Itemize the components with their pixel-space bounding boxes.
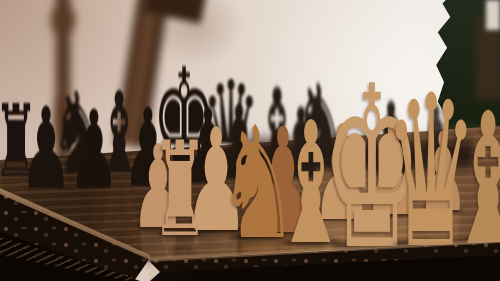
black-king-reflection: ♚ [152,151,216,281]
white-knight-reflection: ♞ [218,215,299,281]
black-rook-piece: ♜ [0,92,38,192]
white-bishop-c-reflection: ♝ [447,216,500,281]
white-rook-reflection: ♜ [152,215,208,281]
white-pawn-c-reflection: ♟ [250,210,315,281]
black-pawn-b-reflection: ♟ [69,173,120,281]
white-queen-contact-shadow [393,240,469,251]
white-pawn-f-contact-shadow [423,207,462,212]
white-rook-piece: ♜ [152,124,208,255]
white-knight-contact-shadow [230,233,286,241]
black-rook-reflection: ♜ [0,162,38,262]
black-pawn-a-reflection: ♟ [20,172,73,281]
black-bishop-f-reflection: ♝ [94,155,144,267]
white-queen-reflection: ♛ [384,215,478,281]
chair-back-slat-silhouette [114,0,170,148]
white-rook-contact-shadow [156,231,203,238]
white-bishop-f-contact-shadow [281,238,341,246]
white-bishop-f-reflection: ♝ [273,218,348,281]
white-pawn-b-reflection: ♟ [183,210,249,281]
white-pawn-d-reflection: ♟ [311,199,372,281]
white-pawn-a-contact-shadow [137,224,178,230]
white-bishop-f-piece: ♝ [273,100,348,268]
white-pawn-a-reflection: ♟ [131,211,185,281]
white-pawn-b-piece: ♟ [183,110,249,252]
black-pawn-f-reflection: ♟ [278,163,324,261]
black-pawn-d-piece: ♟ [184,95,233,200]
white-pawn-f-reflection: ♟ [418,195,469,281]
white-knight-piece: ♞ [218,106,299,261]
wall-sliver-top-right [486,0,500,30]
black-king-piece: ♚ [152,50,216,193]
white-pawn-d-contact-shadow [318,215,365,222]
black-pawn-g-reflection: ♟ [368,160,415,260]
black-pawn-d-reflection: ♟ [184,168,233,273]
white-pawn-e-reflection: ♟ [363,196,422,281]
white-pawn-d-piece: ♟ [311,108,372,239]
chess-photo-scene: ♞♞♛♛♝♝♟♟♚♚♝♝♞♞♟♟♜♜♟♟♟♟♟♟♟♟♟♟♟♟ ♟♟♟♟♟♟♟♟♟… [0,0,500,281]
chair-spindle-silhouette [42,0,84,182]
white-pawn-c-piece: ♟ [250,108,315,254]
white-king-contact-shadow [332,240,413,251]
white-pawn-e-contact-shadow [370,211,416,217]
white-bishop-c-contact-shadow [455,238,500,247]
white-pawn-b-contact-shadow [190,226,241,233]
black-pawn-e-reflection: ♟ [215,165,263,268]
black-pawn-c-reflection: ♟ [123,171,174,280]
white-king-reflection: ♚ [322,213,422,281]
white-pawn-c-contact-shadow [257,227,310,234]
far-pieces-shadow-band [228,134,474,172]
